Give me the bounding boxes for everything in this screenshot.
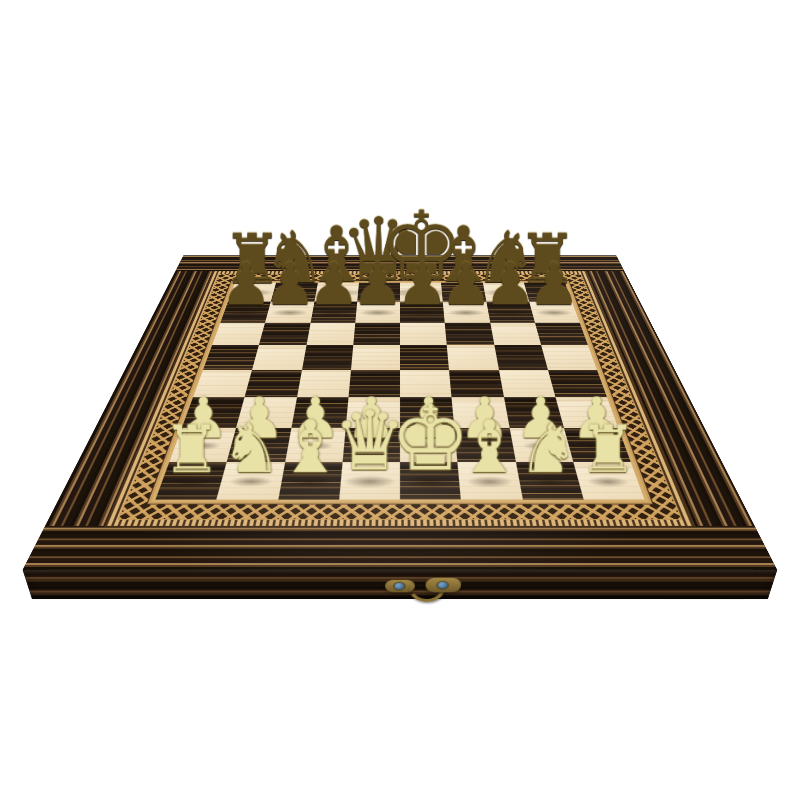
square-g2 <box>509 428 573 462</box>
square-e6 <box>400 322 447 345</box>
square-e2 <box>400 428 458 462</box>
square-c6 <box>306 322 355 345</box>
square-e8 <box>400 283 443 302</box>
wood-margin-right <box>586 271 755 526</box>
latch-screw-icon <box>438 582 448 589</box>
square-c8 <box>314 283 359 302</box>
square-f5 <box>447 345 499 370</box>
square-f3 <box>452 397 509 427</box>
square-a8 <box>228 283 276 302</box>
square-b1 <box>217 462 285 500</box>
square-f1 <box>458 462 523 500</box>
square-c3 <box>291 397 348 427</box>
square-f2 <box>455 428 516 462</box>
wood-margin-top <box>175 255 624 271</box>
square-f8 <box>441 283 486 302</box>
square-e7 <box>400 302 445 323</box>
square-g4 <box>499 370 556 397</box>
square-a1 <box>156 462 228 500</box>
inlay-inner-band <box>146 280 654 504</box>
square-h4 <box>548 370 607 397</box>
square-g7 <box>486 302 535 323</box>
square-g8 <box>482 283 528 302</box>
square-b7 <box>265 302 314 323</box>
square-e1 <box>400 462 461 500</box>
square-f7 <box>443 302 490 323</box>
square-f6 <box>445 322 494 345</box>
square-d6 <box>353 322 400 345</box>
square-h7 <box>529 302 580 323</box>
square-d3 <box>345 397 400 427</box>
square-a4 <box>193 370 252 397</box>
square-h8 <box>524 283 572 302</box>
square-h3 <box>555 397 618 427</box>
square-d7 <box>355 302 400 323</box>
square-a2 <box>169 428 236 462</box>
square-e5 <box>400 345 449 370</box>
square-d2 <box>342 428 400 462</box>
board-top-surface <box>23 255 778 570</box>
square-b8 <box>271 283 317 302</box>
square-g3 <box>504 397 564 427</box>
square-f4 <box>449 370 503 397</box>
square-e4 <box>400 370 452 397</box>
square-h5 <box>541 345 597 370</box>
inlay-chain-band <box>117 274 682 520</box>
square-d1 <box>339 462 400 500</box>
product-photo-scene: ♜♞♝♛♚♝♞♜♟♟♟♟♟♟♟♟♟♟♟♟♟♟♟♟♜♞♝♛♚♝♞♜ <box>0 0 800 800</box>
square-c2 <box>285 428 346 462</box>
box-front-face <box>23 570 778 599</box>
square-c7 <box>310 302 357 323</box>
square-a3 <box>182 397 245 427</box>
square-a5 <box>203 345 259 370</box>
latch-screw-icon <box>395 583 405 590</box>
square-h6 <box>535 322 588 345</box>
square-a7 <box>220 302 271 323</box>
square-a6 <box>212 322 265 345</box>
square-b5 <box>252 345 306 370</box>
wood-margin-left <box>45 271 214 526</box>
square-g1 <box>515 462 583 500</box>
square-c1 <box>278 462 343 500</box>
square-c4 <box>296 370 350 397</box>
chess-board-grid <box>156 283 645 500</box>
square-h2 <box>564 428 631 462</box>
square-h1 <box>573 462 645 500</box>
latch-plate-right <box>425 578 461 593</box>
brass-latch <box>384 577 460 594</box>
square-d5 <box>351 345 400 370</box>
wood-margin-bottom <box>23 526 778 570</box>
square-c5 <box>302 345 354 370</box>
square-b6 <box>259 322 310 345</box>
square-d8 <box>357 283 400 302</box>
square-d4 <box>348 370 400 397</box>
square-b3 <box>236 397 296 427</box>
square-g6 <box>490 322 541 345</box>
square-e3 <box>400 397 455 427</box>
square-g5 <box>494 345 548 370</box>
square-b2 <box>227 428 291 462</box>
square-b4 <box>245 370 302 397</box>
chess-box: ♜♞♝♛♚♝♞♜♟♟♟♟♟♟♟♟♟♟♟♟♟♟♟♟♜♞♝♛♚♝♞♜ <box>23 255 778 570</box>
